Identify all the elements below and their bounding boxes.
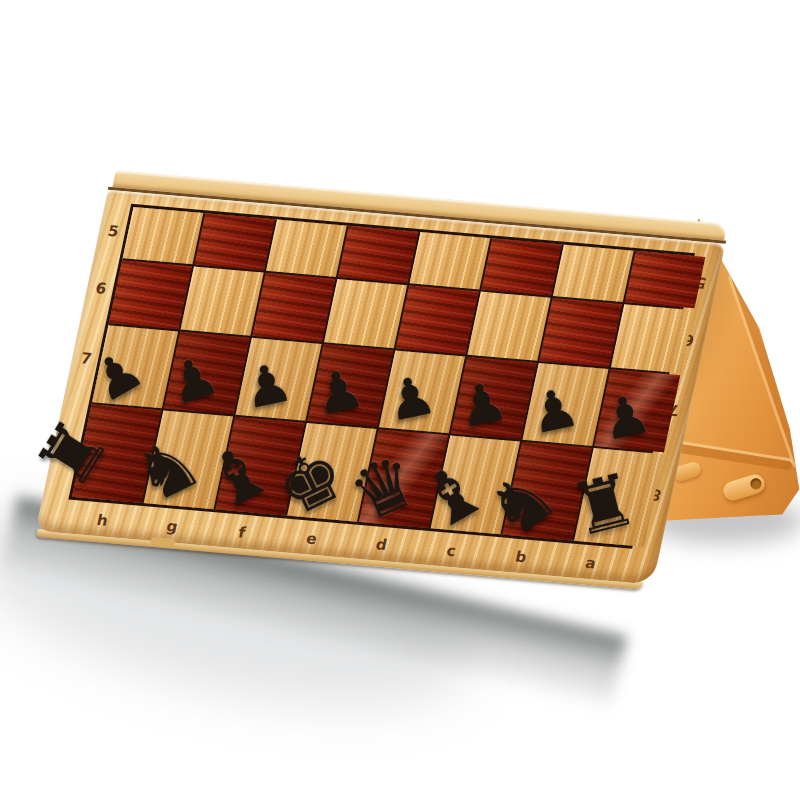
black-pawn-e7[interactable]: ♟ <box>310 361 369 424</box>
black-pawn-f7[interactable]: ♟ <box>238 354 297 417</box>
square-g5[interactable] <box>194 213 275 270</box>
square-g7[interactable]: ♟ <box>164 332 250 415</box>
square-b7[interactable]: ♟ <box>522 363 608 446</box>
black-rook-h8[interactable]: ♜ <box>25 406 120 499</box>
black-rook-a8[interactable]: ♜ <box>564 462 644 547</box>
black-pawn-g7[interactable]: ♟ <box>162 347 225 413</box>
black-pawn-c7[interactable]: ♟ <box>454 373 513 436</box>
square-c6[interactable] <box>467 292 550 361</box>
product-photo-scene: 5678 5678 hgfedcba ♟♟♟♟♟♟♟♟♜♞♝♚♛♝♞♜ <box>0 0 800 800</box>
board-front-half: 5678 5678 hgfedcba ♟♟♟♟♟♟♟♟♜♞♝♚♛♝♞♜ <box>34 170 730 591</box>
square-h5[interactable] <box>123 207 204 264</box>
black-pawn-b7[interactable]: ♟ <box>525 380 584 443</box>
square-b5[interactable] <box>553 245 634 302</box>
board-frame: 5678 5678 hgfedcba ♟♟♟♟♟♟♟♟♜♞♝♚♛♝♞♜ <box>35 190 725 585</box>
square-d6[interactable] <box>396 285 479 354</box>
square-f5[interactable] <box>266 220 347 277</box>
square-e7[interactable]: ♟ <box>307 344 393 427</box>
square-d7[interactable]: ♟ <box>379 350 465 433</box>
square-c5[interactable] <box>481 238 562 295</box>
file-label-a: a <box>554 551 628 575</box>
square-a5[interactable] <box>625 251 706 308</box>
shell-molded-lip-side <box>730 271 800 468</box>
square-a6[interactable] <box>611 304 694 373</box>
file-label-g: g <box>135 515 209 539</box>
file-label-d: d <box>345 533 419 557</box>
square-f6[interactable] <box>252 273 335 342</box>
file-label-f: f <box>205 521 279 545</box>
square-d5[interactable] <box>410 232 491 289</box>
square-e6[interactable] <box>324 279 407 348</box>
square-f7[interactable]: ♟ <box>236 338 322 421</box>
file-label-h: h <box>66 509 140 533</box>
black-pawn-a7[interactable]: ♟ <box>597 386 656 449</box>
shell-clasp-tube <box>721 472 767 502</box>
square-c7[interactable]: ♟ <box>451 357 537 440</box>
black-pawn-d7[interactable]: ♟ <box>382 367 441 430</box>
square-b6[interactable] <box>539 298 622 367</box>
board-grid: ♟♟♟♟♟♟♟♟♜♞♝♚♛♝♞♜ <box>72 207 691 546</box>
square-h6[interactable] <box>109 260 192 329</box>
square-e5[interactable] <box>338 226 419 283</box>
file-label-e: e <box>275 527 349 551</box>
playing-area: ♟♟♟♟♟♟♟♟♜♞♝♚♛♝♞♜ <box>68 204 695 549</box>
square-g6[interactable] <box>181 267 264 336</box>
